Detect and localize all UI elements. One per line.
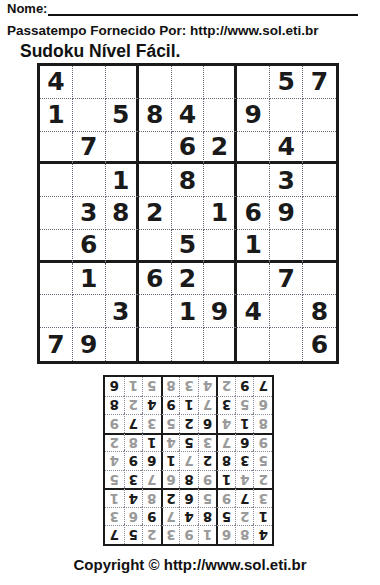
- solution-cell: 7: [105, 525, 124, 544]
- sudoku-cell[interactable]: [139, 328, 172, 361]
- solution-cell: 7: [253, 377, 272, 396]
- name-row: Nome:: [7, 2, 358, 16]
- solution-cell: 5: [179, 433, 198, 452]
- solution-cell: 7: [124, 414, 143, 433]
- sudoku-cell[interactable]: [172, 328, 205, 361]
- sudoku-cell[interactable]: [303, 263, 336, 296]
- solution-cell: 9: [179, 525, 198, 544]
- sudoku-cell: 6: [237, 197, 270, 230]
- solution-cell: 3: [161, 525, 180, 544]
- solution-cell: 1: [216, 470, 235, 489]
- solution-cell: 8: [253, 414, 272, 433]
- solution-cell: 6: [198, 414, 217, 433]
- sudoku-cell[interactable]: [237, 132, 270, 165]
- solution-cell: 7: [235, 488, 254, 507]
- solution-cell: 2: [198, 451, 217, 470]
- solution-cell: 8: [105, 396, 124, 415]
- solution-cell: 9: [124, 451, 143, 470]
- sudoku-cell: 1: [204, 197, 237, 230]
- solution-cell: 1: [198, 525, 217, 544]
- solution-cell: 2: [235, 507, 254, 526]
- solution-cell: 2: [105, 433, 124, 452]
- solution-cell: 1: [161, 451, 180, 470]
- sudoku-cell[interactable]: [73, 164, 106, 197]
- solution-cell: 6: [253, 396, 272, 415]
- solution-cell: 3: [142, 414, 161, 433]
- solution-cell: 9: [235, 377, 254, 396]
- sudoku-cell[interactable]: [204, 230, 237, 263]
- sudoku-cell: 7: [303, 66, 336, 99]
- solution-cell: 9: [253, 433, 272, 452]
- sudoku-cell[interactable]: [237, 328, 270, 361]
- sudoku-cell[interactable]: [40, 164, 73, 197]
- sudoku-cell: 2: [139, 197, 172, 230]
- solution-cell: 1: [105, 488, 124, 507]
- sudoku-cell[interactable]: [237, 164, 270, 197]
- sudoku-cell: 5: [270, 66, 303, 99]
- sudoku-cell: 3: [73, 197, 106, 230]
- sudoku-cell[interactable]: [237, 66, 270, 99]
- sudoku-cell: 6: [73, 230, 106, 263]
- sudoku-cell: 1: [237, 230, 270, 263]
- sudoku-cell: 1: [73, 263, 106, 296]
- sudoku-cell[interactable]: [139, 132, 172, 165]
- sudoku-cell: 8: [139, 99, 172, 132]
- name-fill-in-line[interactable]: [48, 3, 358, 16]
- sudoku-cell[interactable]: [270, 99, 303, 132]
- solution-cell: 4: [124, 488, 143, 507]
- sudoku-cell[interactable]: [303, 230, 336, 263]
- solution-cell: 2: [161, 488, 180, 507]
- sudoku-cell[interactable]: [204, 99, 237, 132]
- sudoku-solution-grid-rotated: 4861932571258479633795628412419867355382…: [103, 375, 274, 546]
- solution-cell: 1: [253, 507, 272, 526]
- sudoku-cell: 3: [106, 295, 139, 328]
- sudoku-cell[interactable]: [106, 328, 139, 361]
- sudoku-cell[interactable]: [40, 132, 73, 165]
- sudoku-cell: 5: [172, 230, 205, 263]
- solution-cell: 3: [179, 377, 198, 396]
- copyright-text: Copyright © http://www.sol.eti.br: [0, 556, 380, 573]
- sudoku-cell: 9: [237, 99, 270, 132]
- solution-cell: 8: [142, 488, 161, 507]
- solution-cell: 4: [253, 525, 272, 544]
- sudoku-cell: 8: [106, 197, 139, 230]
- solution-cell: 1: [235, 414, 254, 433]
- solution-cell: 8: [216, 451, 235, 470]
- sudoku-cell: 2: [172, 263, 205, 296]
- solution-cell: 9: [198, 470, 217, 489]
- sudoku-cell[interactable]: [106, 132, 139, 165]
- sudoku-cell: 6: [303, 328, 336, 361]
- sudoku-cell[interactable]: [172, 197, 205, 230]
- solution-cell: 7: [216, 433, 235, 452]
- solution-cell: 1: [142, 433, 161, 452]
- sudoku-cell: 1: [40, 99, 73, 132]
- solution-cell: 9: [105, 414, 124, 433]
- sudoku-cell[interactable]: [139, 230, 172, 263]
- solution-cell: 2: [216, 377, 235, 396]
- solution-cell: 6: [105, 377, 124, 396]
- sudoku-cell[interactable]: [204, 66, 237, 99]
- sudoku-cell[interactable]: [303, 164, 336, 197]
- solution-cell: 3: [124, 470, 143, 489]
- sudoku-cell: 4: [237, 295, 270, 328]
- sudoku-cell[interactable]: [106, 230, 139, 263]
- solution-cell: 1: [124, 377, 143, 396]
- solution-cell: 5: [161, 414, 180, 433]
- sudoku-cell[interactable]: [172, 66, 205, 99]
- solution-cell: 8: [179, 470, 198, 489]
- sudoku-cell[interactable]: [106, 66, 139, 99]
- sudoku-cell: 9: [73, 328, 106, 361]
- sudoku-cell: 2: [204, 132, 237, 165]
- sudoku-cell: 7: [270, 263, 303, 296]
- sudoku-cell[interactable]: [40, 295, 73, 328]
- solution-cell: 3: [198, 433, 217, 452]
- sudoku-cell[interactable]: [204, 263, 237, 296]
- sudoku-cell: 7: [73, 132, 106, 165]
- sudoku-cell[interactable]: [237, 263, 270, 296]
- sudoku-cell: 1: [106, 164, 139, 197]
- sudoku-cell[interactable]: [73, 295, 106, 328]
- solution-cell: 2: [124, 396, 143, 415]
- solution-cell: 8: [198, 507, 217, 526]
- sudoku-cell[interactable]: [270, 328, 303, 361]
- sudoku-cell: 6: [139, 263, 172, 296]
- solution-cell: 4: [142, 396, 161, 415]
- solution-cell: 4: [216, 414, 235, 433]
- solution-cell: 8: [161, 377, 180, 396]
- solution-cell: 9: [161, 396, 180, 415]
- solution-cell: 6: [161, 470, 180, 489]
- sudoku-puzzle-grid[interactable]: 457158497624183382169651162731948796: [37, 63, 339, 364]
- solution-cell: 4: [179, 507, 198, 526]
- page-title: Sudoku Nível Fácil.: [20, 41, 180, 62]
- solution-cell: 9: [142, 507, 161, 526]
- sudoku-cell[interactable]: [303, 197, 336, 230]
- solution-cell: 7: [179, 451, 198, 470]
- sudoku-cell: 9: [270, 197, 303, 230]
- sudoku-cell[interactable]: [204, 328, 237, 361]
- provided-by-text: Passatempo Fornecido Por: http://www.sol…: [7, 23, 319, 38]
- solution-cell: 3: [253, 488, 272, 507]
- solution-cell: 4: [105, 451, 124, 470]
- solution-cell: 8: [235, 525, 254, 544]
- solution-cell: 4: [235, 470, 254, 489]
- sudoku-cell[interactable]: [40, 197, 73, 230]
- solution-cell: 5: [235, 396, 254, 415]
- sudoku-cell[interactable]: [270, 295, 303, 328]
- solution-cell: 6: [124, 507, 143, 526]
- sudoku-cell: 5: [106, 99, 139, 132]
- solution-cell: 5: [216, 507, 235, 526]
- solution-cell: 7: [142, 470, 161, 489]
- solution-cell: 2: [142, 525, 161, 544]
- solution-cell: 5: [253, 451, 272, 470]
- solution-cell: 6: [235, 433, 254, 452]
- solution-cell: 5: [142, 377, 161, 396]
- solution-cell: 2: [179, 414, 198, 433]
- solution-cell: 6: [142, 451, 161, 470]
- sudoku-cell[interactable]: [139, 295, 172, 328]
- sudoku-cell[interactable]: [40, 263, 73, 296]
- sudoku-cell: 4: [40, 66, 73, 99]
- sudoku-cell[interactable]: [270, 230, 303, 263]
- solution-cell: 4: [161, 433, 180, 452]
- sudoku-cell[interactable]: [73, 99, 106, 132]
- solution-cell: 4: [198, 377, 217, 396]
- solution-cell: 1: [179, 396, 198, 415]
- sudoku-cell: 6: [172, 132, 205, 165]
- sudoku-cell[interactable]: [204, 164, 237, 197]
- solution-cell: 2: [253, 470, 272, 489]
- solution-cell: 5: [124, 525, 143, 544]
- solution-cell: 5: [105, 470, 124, 489]
- solution-cell: 3: [216, 396, 235, 415]
- sudoku-cell[interactable]: [139, 164, 172, 197]
- sudoku-cell: 7: [40, 328, 73, 361]
- sudoku-cell[interactable]: [106, 263, 139, 296]
- solution-cell: 9: [216, 488, 235, 507]
- solution-cell: 6: [179, 488, 198, 507]
- sudoku-cell: 8: [303, 295, 336, 328]
- solution-cell: 7: [161, 507, 180, 526]
- solution-cell: 6: [216, 525, 235, 544]
- sudoku-cell[interactable]: [303, 132, 336, 165]
- sudoku-cell[interactable]: [139, 66, 172, 99]
- sudoku-cell: 9: [204, 295, 237, 328]
- sudoku-cell[interactable]: [303, 99, 336, 132]
- solution-cell: 7: [198, 396, 217, 415]
- solution-cell: 3: [235, 451, 254, 470]
- worksheet-page: Nome: Passatempo Fornecido Por: http://w…: [0, 0, 380, 585]
- solution-cell: 3: [105, 507, 124, 526]
- sudoku-cell: 3: [270, 164, 303, 197]
- sudoku-cell: 4: [270, 132, 303, 165]
- sudoku-cell[interactable]: [40, 230, 73, 263]
- solution-cell: 5: [198, 488, 217, 507]
- sudoku-cell: 4: [172, 99, 205, 132]
- name-label: Nome:: [7, 2, 47, 16]
- sudoku-cell[interactable]: [73, 66, 106, 99]
- sudoku-cell: 8: [172, 164, 205, 197]
- sudoku-cell: 1: [172, 295, 205, 328]
- solution-cell: 8: [124, 433, 143, 452]
